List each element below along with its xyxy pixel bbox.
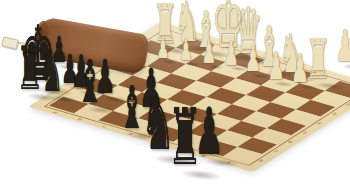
white-pawn: ♟ [291,48,309,88]
pieces-layer: ♞♜♝♚♛♟♟♟♟♟♟♝♟♞♟♜♟♟♚♟♜♞♟♝♟♝♞♟♜ [0,0,350,190]
black-rook: ♜ [168,98,203,176]
white-pawn: ♟ [335,24,350,68]
white-pawn: ♟ [202,36,216,68]
black-bishop: ♝ [77,52,103,111]
white-pawn: ♟ [245,41,261,77]
white-pawn: ♟ [267,47,284,85]
white-rook: ♜ [306,32,331,87]
product-photo-scene: abcdefgh12345678 ♞♜♝♚♛♟♟♟♟♟♟♝♟♞♟♜♟♟♚♟♜♞♟… [0,0,350,190]
white-pawn: ♟ [179,35,192,65]
black-knight: ♞ [38,44,63,100]
white-pawn: ♟ [223,36,238,70]
